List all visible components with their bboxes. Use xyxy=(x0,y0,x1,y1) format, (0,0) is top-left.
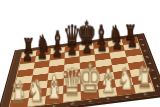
rank-label-5: 5 xyxy=(143,54,152,61)
square-h1: ♜ xyxy=(133,83,153,93)
chess-set-photo: ♜♞♝♛♚♝♞♜♟♟♟♟♟♟♟♟♟♟♟♟♟♟♟♟♜♞♝♛♚♝♞♜ abcdefg… xyxy=(0,0,160,107)
scene: ♜♞♝♛♚♝♞♜♟♟♟♟♟♟♟♟♟♟♟♟♟♟♟♟♜♞♝♛♚♝♞♜ abcdefg… xyxy=(0,0,160,107)
board-frame: ♜♞♝♛♚♝♞♜♟♟♟♟♟♟♟♟♟♟♟♟♟♟♟♟♜♞♝♛♚♝♞♜ abcdefg… xyxy=(0,33,160,107)
board-squares: ♜♞♝♛♚♝♞♜♟♟♟♟♟♟♟♟♟♟♟♟♟♟♟♟♜♞♝♛♚♝♞♜ xyxy=(9,38,154,107)
chess-board: ♜♞♝♛♚♝♞♜♟♟♟♟♟♟♟♟♟♟♟♟♟♟♟♟♜♞♝♛♚♝♞♜ abcdefg… xyxy=(0,34,160,107)
white-rook: ♜ xyxy=(119,66,160,92)
